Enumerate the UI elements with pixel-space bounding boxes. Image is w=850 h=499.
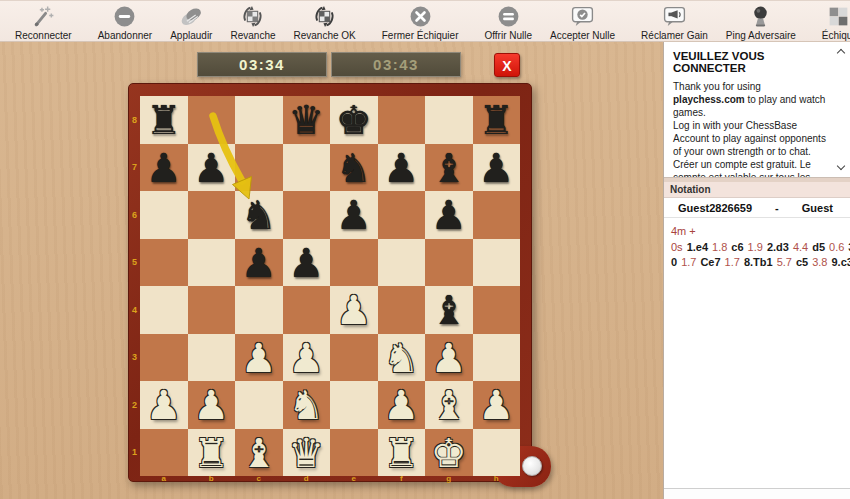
white-pawn: ♟ bbox=[473, 381, 521, 429]
square-b5[interactable] bbox=[188, 239, 236, 287]
black-pawn: ♟ bbox=[283, 239, 331, 287]
welcome-paragraph-1: Thank you for using playchess.com to pla… bbox=[673, 80, 832, 119]
white-knight: ♞ bbox=[283, 381, 331, 429]
square-h1[interactable] bbox=[473, 429, 521, 477]
toolbar: ReconnecterAbandonnerApplaudirRevancheRe… bbox=[0, 0, 850, 42]
square-a7[interactable]: ♟ bbox=[140, 144, 188, 192]
clock-bar: 03:34 03:43 bbox=[197, 52, 461, 77]
black-bishop: ♝ bbox=[425, 144, 473, 192]
toolbar-button-rematch[interactable]: Revanche bbox=[221, 1, 284, 41]
panel-bottom-strip bbox=[664, 488, 850, 499]
black-player-name: Guest bbox=[802, 202, 833, 214]
square-d4[interactable] bbox=[283, 286, 331, 334]
equals-circle-icon bbox=[496, 4, 521, 29]
black-pawn: ♟ bbox=[188, 144, 236, 192]
black-pawn: ♟ bbox=[378, 144, 426, 192]
white-player-name: Guest2826659 bbox=[678, 202, 752, 214]
move-token[interactable]: c5 bbox=[796, 256, 808, 268]
move-token[interactable]: d5 bbox=[812, 241, 825, 253]
square-h5[interactable] bbox=[473, 239, 521, 287]
black-bishop: ♝ bbox=[425, 286, 473, 334]
square-h6[interactable] bbox=[473, 191, 521, 239]
minus-circle-icon bbox=[112, 4, 137, 29]
close-board-button[interactable]: X bbox=[494, 53, 520, 77]
file-label-d: d bbox=[283, 475, 331, 483]
square-b6[interactable] bbox=[188, 191, 236, 239]
square-e8[interactable]: ♚ bbox=[330, 96, 378, 144]
toolbar-button-label: Échiquiers bbox=[822, 30, 850, 41]
welcome-panel: VEUILLEZ VOUS CONNECTER Thank you for us… bbox=[664, 42, 850, 178]
white-clock-time: 03:34 bbox=[239, 56, 285, 73]
square-c4[interactable] bbox=[235, 286, 283, 334]
square-c1[interactable]: ♝ bbox=[235, 429, 283, 477]
move-time: 4.4 bbox=[793, 241, 808, 253]
black-pawn: ♟ bbox=[140, 144, 188, 192]
black-pawn: ♟ bbox=[235, 239, 283, 287]
square-d7[interactable] bbox=[283, 144, 331, 192]
square-a5[interactable] bbox=[140, 239, 188, 287]
square-a3[interactable] bbox=[140, 334, 188, 382]
square-d1[interactable]: ♛ bbox=[283, 429, 331, 477]
square-a6[interactable] bbox=[140, 191, 188, 239]
black-knight: ♞ bbox=[235, 191, 283, 239]
ping-paddle-icon bbox=[748, 4, 773, 29]
square-h4[interactable] bbox=[473, 286, 521, 334]
square-d3[interactable]: ♟ bbox=[283, 334, 331, 382]
white-rook: ♜ bbox=[378, 429, 426, 477]
black-king: ♚ bbox=[330, 96, 378, 144]
black-pawn: ♟ bbox=[330, 191, 378, 239]
scroll-up-icon[interactable] bbox=[837, 48, 846, 57]
square-e6[interactable]: ♟ bbox=[330, 191, 378, 239]
square-b2[interactable]: ♟ bbox=[188, 381, 236, 429]
square-e3[interactable] bbox=[330, 334, 378, 382]
toolbar-button-close-board[interactable]: Fermer Échiquier bbox=[373, 1, 468, 41]
rank-label-6: 6 bbox=[129, 191, 140, 239]
move-time: 3.8 bbox=[812, 256, 827, 268]
move-time: 1.9 bbox=[748, 241, 763, 253]
move-token[interactable]: 9.c3 bbox=[831, 256, 850, 268]
black-knight: ♞ bbox=[330, 144, 378, 192]
board-squares: ♜♛♚♜♟♟♞♟♝♟♞♟♟♟♟♟♝♟♟♞♟♟♟♞♟♝♟♜♝♛♜♚ bbox=[140, 96, 520, 476]
notation-header: Notation bbox=[664, 182, 850, 198]
white-rook: ♜ bbox=[188, 429, 236, 477]
rank-label-2: 2 bbox=[129, 381, 140, 429]
square-e2[interactable] bbox=[330, 381, 378, 429]
toolbar-button-resign[interactable]: Abandonner bbox=[89, 1, 162, 41]
toolbar-button-ping-opponent[interactable]: Ping Adversaire bbox=[717, 1, 805, 41]
file-label-b: b bbox=[188, 475, 236, 483]
rank-label-3: 3 bbox=[129, 334, 140, 382]
toolbar-button-label: Fermer Échiquier bbox=[382, 30, 459, 41]
rank-label-5: 5 bbox=[129, 239, 140, 287]
square-d5[interactable]: ♟ bbox=[283, 239, 331, 287]
square-g6[interactable]: ♟ bbox=[425, 191, 473, 239]
square-f6[interactable] bbox=[378, 191, 426, 239]
black-clock: 03:43 bbox=[331, 52, 461, 77]
white-queen: ♛ bbox=[283, 429, 331, 477]
square-h8[interactable]: ♜ bbox=[473, 96, 521, 144]
square-c3[interactable]: ♟ bbox=[235, 334, 283, 382]
black-rook: ♜ bbox=[473, 96, 521, 144]
square-c2[interactable] bbox=[235, 381, 283, 429]
white-pawn: ♟ bbox=[283, 334, 331, 382]
game-area: 03:34 03:43 X 87654321 abcdefgh ♜♛♚♜♟♟♞♟… bbox=[0, 42, 663, 499]
toolbar-button-label: Accepter Nulle bbox=[550, 30, 615, 41]
square-f7[interactable]: ♟ bbox=[378, 144, 426, 192]
white-clock: 03:34 bbox=[197, 52, 327, 77]
white-king: ♚ bbox=[425, 429, 473, 477]
toolbar-button-accept-draw[interactable]: Accepter Nulle bbox=[541, 1, 624, 41]
rank-label-8: 8 bbox=[129, 96, 140, 144]
players-separator: - bbox=[775, 202, 779, 214]
black-rook: ♜ bbox=[140, 96, 188, 144]
white-pawn: ♟ bbox=[188, 381, 236, 429]
square-g5[interactable] bbox=[425, 239, 473, 287]
white-pawn: ♟ bbox=[330, 286, 378, 334]
toolbar-button-reconnect[interactable]: Reconnecter bbox=[6, 1, 81, 41]
playchess-app: ReconnecterAbandonnerApplaudirRevancheRe… bbox=[0, 0, 850, 499]
square-a8[interactable]: ♜ bbox=[140, 96, 188, 144]
toolbar-button-label: Ping Adversaire bbox=[726, 30, 796, 41]
square-b4[interactable] bbox=[188, 286, 236, 334]
toolbar-button-offer-draw[interactable]: Offrir Nulle bbox=[475, 1, 541, 41]
square-h2[interactable]: ♟ bbox=[473, 381, 521, 429]
welcome-paragraph-2: Log in with your ChessBase Account to pl… bbox=[673, 119, 832, 158]
toolbar-button-boards[interactable]: Échiquiers bbox=[813, 1, 850, 41]
file-label-h: h bbox=[473, 475, 521, 483]
move-token[interactable]: 8.Tb1 bbox=[744, 256, 773, 268]
square-f8[interactable] bbox=[378, 96, 426, 144]
move-token[interactable]: 2.d3 bbox=[767, 241, 789, 253]
file-label-a: a bbox=[140, 475, 188, 483]
square-g7[interactable]: ♝ bbox=[425, 144, 473, 192]
square-g2[interactable]: ♝ bbox=[425, 381, 473, 429]
square-f2[interactable]: ♟ bbox=[378, 381, 426, 429]
white-pawn: ♟ bbox=[140, 381, 188, 429]
square-g4[interactable]: ♝ bbox=[425, 286, 473, 334]
scroll-down-icon[interactable] bbox=[837, 163, 846, 172]
white-pawn: ♟ bbox=[378, 381, 426, 429]
welcome-paragraph-3: Créer un compte est gratuit. Le compte e… bbox=[673, 158, 832, 178]
move-time: 1.7 bbox=[681, 256, 696, 268]
move-time: 1.8 bbox=[712, 241, 727, 253]
black-clock-time: 03:43 bbox=[373, 56, 419, 73]
file-label-c: c bbox=[235, 475, 283, 483]
toolbar-button-applaud[interactable]: Applaudir bbox=[161, 1, 221, 41]
square-c6[interactable]: ♞ bbox=[235, 191, 283, 239]
toolbar-button-label: Revanche bbox=[230, 30, 275, 41]
boards-grid-icon bbox=[826, 4, 850, 29]
file-label-e: e bbox=[330, 475, 378, 483]
square-f4[interactable] bbox=[378, 286, 426, 334]
square-g8[interactable] bbox=[425, 96, 473, 144]
playchess-brand: playchess.com bbox=[673, 94, 745, 105]
move-token[interactable]: 1.e4 bbox=[687, 241, 708, 253]
square-b3[interactable] bbox=[188, 334, 236, 382]
square-h3[interactable] bbox=[473, 334, 521, 382]
player-names-row: Guest2826659 - Guest bbox=[664, 198, 850, 218]
square-a1[interactable] bbox=[140, 429, 188, 477]
white-knight: ♞ bbox=[378, 334, 426, 382]
square-c5[interactable]: ♟ bbox=[235, 239, 283, 287]
white-pawn: ♟ bbox=[425, 334, 473, 382]
move-time: 5.7 bbox=[777, 256, 792, 268]
toolbar-button-label: Revanche OK bbox=[294, 30, 356, 41]
square-h7[interactable]: ♟ bbox=[473, 144, 521, 192]
square-b8[interactable] bbox=[188, 96, 236, 144]
move-token[interactable]: Ce7 bbox=[700, 256, 720, 268]
square-d6[interactable] bbox=[283, 191, 331, 239]
square-c8[interactable] bbox=[235, 96, 283, 144]
rank-label-4: 4 bbox=[129, 286, 140, 334]
file-labels: abcdefgh bbox=[140, 475, 520, 483]
square-f1[interactable]: ♜ bbox=[378, 429, 426, 477]
move-token[interactable]: c6 bbox=[731, 241, 743, 253]
square-g1[interactable]: ♚ bbox=[425, 429, 473, 477]
board-swap-icon bbox=[240, 4, 265, 29]
square-g3[interactable]: ♟ bbox=[425, 334, 473, 382]
notation-moves: 4m + 0s1.e41.8c61.92.d34.4d50.63.Cd21.5g… bbox=[664, 218, 850, 488]
right-panel: VEUILLEZ VOUS CONNECTER Thank you for us… bbox=[663, 42, 850, 499]
magic-wand-icon bbox=[31, 4, 56, 29]
toolbar-button-label: Abandonner bbox=[98, 30, 153, 41]
clapping-hands-icon bbox=[179, 4, 204, 29]
toolbar-button-claim-win[interactable]: Réclamer Gain bbox=[632, 1, 717, 41]
square-e5[interactable] bbox=[330, 239, 378, 287]
square-e1[interactable] bbox=[330, 429, 378, 477]
black-pawn: ♟ bbox=[425, 191, 473, 239]
toolbar-button-rematch-ok[interactable]: Revanche OK bbox=[285, 1, 365, 41]
welcome-title: VEUILLEZ VOUS CONNECTER bbox=[673, 50, 832, 74]
square-a2[interactable]: ♟ bbox=[140, 381, 188, 429]
square-e4[interactable]: ♟ bbox=[330, 286, 378, 334]
rank-labels: 87654321 bbox=[129, 96, 140, 476]
square-b1[interactable]: ♜ bbox=[188, 429, 236, 477]
square-d8[interactable]: ♛ bbox=[283, 96, 331, 144]
file-label-g: g bbox=[425, 475, 473, 483]
toolbar-button-label: Applaudir bbox=[170, 30, 212, 41]
rank-label-7: 7 bbox=[129, 144, 140, 192]
toolbar-button-label: Offrir Nulle bbox=[484, 30, 532, 41]
black-pawn: ♟ bbox=[473, 144, 521, 192]
square-a4[interactable] bbox=[140, 286, 188, 334]
toolbar-button-label: Reconnecter bbox=[15, 30, 72, 41]
white-pawn: ♟ bbox=[235, 334, 283, 382]
close-circle-icon bbox=[408, 4, 433, 29]
toolbar-button-label: Réclamer Gain bbox=[641, 30, 708, 41]
white-bishop: ♝ bbox=[425, 381, 473, 429]
move-time: 1.7 bbox=[725, 256, 740, 268]
square-c7[interactable] bbox=[235, 144, 283, 192]
file-label-f: f bbox=[378, 475, 426, 483]
square-e7[interactable]: ♞ bbox=[330, 144, 378, 192]
bubble-check-icon bbox=[570, 4, 595, 29]
square-d2[interactable]: ♞ bbox=[283, 381, 331, 429]
square-b7[interactable]: ♟ bbox=[188, 144, 236, 192]
move-time: 0.6 bbox=[829, 241, 844, 253]
white-to-move-ball bbox=[522, 456, 542, 476]
chess-board: 87654321 abcdefgh ♜♛♚♜♟♟♞♟♝♟♞♟♟♟♟♟♝♟♟♞♟♟… bbox=[128, 83, 532, 482]
black-queen: ♛ bbox=[283, 96, 331, 144]
bubble-horn-icon bbox=[662, 4, 687, 29]
white-bishop: ♝ bbox=[235, 429, 283, 477]
rank-label-1: 1 bbox=[129, 429, 140, 477]
square-f5[interactable] bbox=[378, 239, 426, 287]
board-swap-ok-icon bbox=[312, 4, 337, 29]
square-f3[interactable]: ♞ bbox=[378, 334, 426, 382]
